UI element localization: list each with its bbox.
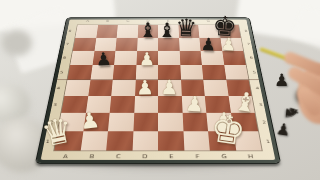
square-h5 bbox=[224, 65, 249, 80]
square-c2 bbox=[108, 113, 134, 131]
square-d1 bbox=[132, 131, 158, 151]
square-g1 bbox=[208, 131, 236, 151]
square-f5 bbox=[180, 65, 203, 80]
file-label: B bbox=[78, 154, 105, 162]
file-label: E bbox=[158, 19, 178, 23]
file-label: G bbox=[211, 154, 238, 162]
square-e8 bbox=[158, 25, 179, 38]
square-g5 bbox=[202, 65, 226, 80]
square-g6 bbox=[201, 51, 224, 65]
square-d7 bbox=[137, 37, 158, 50]
square-d8 bbox=[137, 25, 158, 38]
square-b8 bbox=[96, 25, 118, 38]
square-g8 bbox=[198, 25, 220, 38]
file-label: D bbox=[131, 154, 158, 162]
square-a4 bbox=[64, 80, 90, 96]
square-g3 bbox=[205, 96, 231, 113]
board-squares-grid bbox=[53, 25, 263, 152]
square-b6 bbox=[92, 51, 115, 65]
board-fold-seam bbox=[57, 79, 259, 80]
square-c1 bbox=[106, 131, 133, 151]
file-label: E bbox=[158, 154, 185, 162]
square-a5 bbox=[67, 65, 92, 80]
square-e6 bbox=[158, 51, 180, 65]
square-a1 bbox=[54, 131, 83, 151]
square-h3 bbox=[228, 96, 255, 113]
square-c6 bbox=[114, 51, 137, 65]
file-label: F bbox=[178, 19, 198, 23]
square-h6 bbox=[222, 51, 246, 65]
file-label: H bbox=[237, 154, 265, 162]
chess-board: ABCDEFGH ABCDEFGH 87654321 87654321 bbox=[36, 18, 280, 163]
square-h1 bbox=[233, 131, 262, 151]
square-c5 bbox=[113, 65, 136, 80]
file-labels-top: ABCDEFGH bbox=[77, 19, 238, 23]
file-label: D bbox=[138, 19, 158, 23]
square-b4 bbox=[88, 80, 113, 96]
square-e1 bbox=[158, 131, 184, 151]
square-c3 bbox=[110, 96, 135, 113]
file-label: B bbox=[97, 19, 118, 23]
square-g2 bbox=[206, 113, 233, 131]
square-f7 bbox=[179, 37, 201, 50]
file-labels-bottom: ABCDEFGH bbox=[51, 154, 264, 162]
square-b2 bbox=[83, 113, 110, 131]
square-h4 bbox=[226, 80, 252, 96]
square-e3 bbox=[158, 96, 182, 113]
file-label: G bbox=[198, 19, 219, 23]
file-label: C bbox=[118, 19, 138, 23]
square-d5 bbox=[135, 65, 158, 80]
square-e7 bbox=[158, 37, 179, 50]
file-label: F bbox=[184, 154, 211, 162]
captured-black-pawn: ♟ bbox=[274, 72, 289, 89]
file-label: C bbox=[105, 154, 132, 162]
square-f2 bbox=[182, 113, 208, 131]
square-b1 bbox=[80, 131, 108, 151]
square-h7 bbox=[220, 37, 243, 50]
square-d4 bbox=[135, 80, 158, 96]
file-label: A bbox=[77, 19, 98, 23]
square-a2 bbox=[58, 113, 86, 131]
square-a8 bbox=[75, 25, 97, 38]
square-f4 bbox=[181, 80, 205, 96]
square-e2 bbox=[158, 113, 183, 131]
captured-black-knight-lying: ♞ bbox=[282, 104, 300, 121]
square-b3 bbox=[86, 96, 112, 113]
square-g7 bbox=[199, 37, 222, 50]
square-f3 bbox=[181, 96, 206, 113]
square-a7 bbox=[73, 37, 96, 50]
square-c7 bbox=[115, 37, 137, 50]
square-f6 bbox=[179, 51, 202, 65]
file-label: H bbox=[218, 19, 239, 23]
square-a3 bbox=[61, 96, 88, 113]
square-f8 bbox=[178, 25, 199, 38]
square-e5 bbox=[158, 65, 181, 80]
square-f1 bbox=[183, 131, 210, 151]
square-g4 bbox=[203, 80, 228, 96]
table-scene: ABCDEFGH ABCDEFGH 87654321 87654321 ♝♝♛♚… bbox=[0, 0, 320, 180]
file-label: A bbox=[51, 154, 79, 162]
square-d3 bbox=[134, 96, 158, 113]
square-d6 bbox=[136, 51, 158, 65]
square-b5 bbox=[90, 65, 114, 80]
square-e4 bbox=[158, 80, 181, 96]
square-h2 bbox=[230, 113, 258, 131]
captured-black-pawn: ♟ bbox=[275, 121, 291, 139]
square-b7 bbox=[94, 37, 117, 50]
square-d2 bbox=[133, 113, 158, 131]
square-h8 bbox=[218, 25, 240, 38]
round-table-object bbox=[2, 30, 32, 56]
square-a6 bbox=[70, 51, 94, 65]
square-c4 bbox=[111, 80, 135, 96]
square-c8 bbox=[117, 25, 138, 38]
